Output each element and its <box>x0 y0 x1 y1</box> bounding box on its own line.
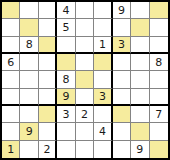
sudoku-cell-r7c4[interactable]: 3 <box>57 106 75 123</box>
sudoku-cell-r1c7[interactable]: 9 <box>113 2 131 19</box>
sudoku-cell-r5c1[interactable] <box>2 71 20 88</box>
sudoku-cell-r3c8[interactable] <box>131 37 149 54</box>
sudoku-cell-r3c9[interactable] <box>150 37 168 54</box>
sudoku-cell-r4c2[interactable] <box>20 54 38 71</box>
sudoku-cell-r8c9[interactable] <box>150 123 168 140</box>
sudoku-cell-r1c6[interactable] <box>94 2 112 19</box>
sudoku-cell-r7c9[interactable]: 7 <box>150 106 168 123</box>
sudoku-cell-r1c3[interactable] <box>39 2 57 19</box>
sudoku-cell-r6c7[interactable] <box>113 89 131 106</box>
sudoku-cell-r2c3[interactable] <box>39 19 57 36</box>
sudoku-cell-r5c4[interactable]: 8 <box>57 71 75 88</box>
sudoku-cell-r9c6[interactable] <box>94 141 112 158</box>
sudoku-cell-r2c9[interactable] <box>150 19 168 36</box>
sudoku-cell-r5c3[interactable] <box>39 71 57 88</box>
sudoku-cell-r8c6[interactable]: 4 <box>94 123 112 140</box>
sudoku-cell-r9c9[interactable] <box>150 141 168 158</box>
sudoku-cell-r5c7[interactable] <box>113 71 131 88</box>
sudoku-cell-r3c4[interactable] <box>57 37 75 54</box>
sudoku-cell-r7c1[interactable] <box>2 106 20 123</box>
sudoku-cell-r4c5[interactable] <box>76 54 94 71</box>
sudoku-cell-r5c8[interactable] <box>131 71 149 88</box>
sudoku-cell-r7c6[interactable] <box>94 106 112 123</box>
sudoku-cell-r8c5[interactable] <box>76 123 94 140</box>
sudoku-cell-r6c1[interactable] <box>2 89 20 106</box>
sudoku-cell-r6c8[interactable] <box>131 89 149 106</box>
sudoku-cell-r9c8[interactable]: 9 <box>131 141 149 158</box>
sudoku-cell-r9c3[interactable]: 2 <box>39 141 57 158</box>
sudoku-cell-r3c3[interactable] <box>39 37 57 54</box>
sudoku-cell-r4c9[interactable]: 8 <box>150 54 168 71</box>
sudoku-cell-r4c4[interactable] <box>57 54 75 71</box>
sudoku-cell-r2c1[interactable] <box>2 19 20 36</box>
sudoku-cell-r4c6[interactable] <box>94 54 112 71</box>
sudoku-cell-r4c7[interactable] <box>113 54 131 71</box>
sudoku-cell-r6c3[interactable] <box>39 89 57 106</box>
sudoku-cell-r5c2[interactable] <box>20 71 38 88</box>
sudoku-cell-r9c7[interactable] <box>113 141 131 158</box>
sudoku-cell-r5c6[interactable] <box>94 71 112 88</box>
sudoku-cell-r5c5[interactable] <box>76 71 94 88</box>
sudoku-cell-r8c7[interactable] <box>113 123 131 140</box>
sudoku-cell-r4c8[interactable] <box>131 54 149 71</box>
sudoku-cell-r3c2[interactable]: 8 <box>20 37 38 54</box>
sudoku-cell-r4c1[interactable]: 6 <box>2 54 20 71</box>
sudoku-cell-r8c1[interactable] <box>2 123 20 140</box>
sudoku-cell-r2c2[interactable] <box>20 19 38 36</box>
sudoku-cell-r1c1[interactable] <box>2 2 20 19</box>
sudoku-cell-r3c6[interactable]: 1 <box>94 37 112 54</box>
sudoku-cell-r3c7[interactable]: 3 <box>113 37 131 54</box>
sudoku-cell-r1c4[interactable]: 4 <box>57 2 75 19</box>
sudoku-board: 4958136889332794129 <box>0 0 170 160</box>
sudoku-cell-r6c5[interactable] <box>76 89 94 106</box>
sudoku-cell-r2c6[interactable] <box>94 19 112 36</box>
sudoku-cell-r6c6[interactable]: 3 <box>94 89 112 106</box>
sudoku-cell-r6c9[interactable] <box>150 89 168 106</box>
sudoku-cell-r2c8[interactable] <box>131 19 149 36</box>
sudoku-cell-r9c2[interactable] <box>20 141 38 158</box>
sudoku-cell-r1c5[interactable] <box>76 2 94 19</box>
sudoku-cell-r6c2[interactable] <box>20 89 38 106</box>
sudoku-cell-r2c7[interactable] <box>113 19 131 36</box>
sudoku-cell-r7c7[interactable] <box>113 106 131 123</box>
sudoku-cell-r7c2[interactable] <box>20 106 38 123</box>
sudoku-cell-r8c2[interactable]: 9 <box>20 123 38 140</box>
sudoku-cell-r8c4[interactable] <box>57 123 75 140</box>
sudoku-cell-r5c9[interactable] <box>150 71 168 88</box>
sudoku-cell-r7c5[interactable]: 2 <box>76 106 94 123</box>
sudoku-cell-r1c2[interactable] <box>20 2 38 19</box>
sudoku-cell-r8c8[interactable] <box>131 123 149 140</box>
sudoku-cell-r6c4[interactable]: 9 <box>57 89 75 106</box>
sudoku-cell-r2c4[interactable]: 5 <box>57 19 75 36</box>
sudoku-cell-r4c3[interactable] <box>39 54 57 71</box>
sudoku-cell-r1c8[interactable] <box>131 2 149 19</box>
sudoku-cell-r1c9[interactable] <box>150 2 168 19</box>
sudoku-cell-r2c5[interactable] <box>76 19 94 36</box>
sudoku-cell-r3c1[interactable] <box>2 37 20 54</box>
sudoku-cell-r3c5[interactable] <box>76 37 94 54</box>
sudoku-cell-r9c4[interactable] <box>57 141 75 158</box>
sudoku-cell-r8c3[interactable] <box>39 123 57 140</box>
sudoku-cell-r7c8[interactable] <box>131 106 149 123</box>
sudoku-cell-r7c3[interactable] <box>39 106 57 123</box>
sudoku-cell-r9c5[interactable] <box>76 141 94 158</box>
sudoku-cell-r9c1[interactable]: 1 <box>2 141 20 158</box>
